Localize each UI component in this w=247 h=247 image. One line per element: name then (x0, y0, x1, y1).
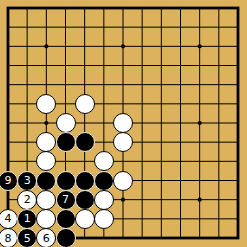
stone-black[interactable] (75, 171, 95, 191)
stone-black[interactable] (56, 171, 76, 191)
stone-white[interactable] (94, 209, 114, 229)
move-number: 5 (24, 233, 31, 244)
star-point (121, 44, 125, 48)
stone-black[interactable] (36, 171, 56, 191)
move-number: 3 (24, 175, 31, 186)
stone-white[interactable] (75, 94, 95, 114)
stone-white-move-2[interactable]: 2 (17, 190, 37, 210)
stone-white[interactable] (94, 190, 114, 210)
move-number: 7 (62, 194, 69, 205)
move-number: 1 (24, 213, 31, 224)
move-number: 6 (43, 233, 50, 244)
stone-white[interactable] (75, 209, 95, 229)
stone-white-move-8[interactable]: 8 (0, 228, 18, 247)
stone-white[interactable] (113, 171, 133, 191)
move-number: 2 (24, 194, 31, 205)
star-point (121, 198, 125, 202)
go-board[interactable]: 932741856 (0, 0, 247, 247)
stone-black-move-5[interactable]: 5 (17, 228, 37, 247)
star-point (198, 198, 202, 202)
move-number: 8 (5, 233, 12, 244)
stone-white-move-6[interactable]: 6 (36, 228, 56, 247)
stone-white[interactable] (36, 190, 56, 210)
star-point (44, 121, 48, 125)
stone-white[interactable] (36, 94, 56, 114)
star-point (198, 44, 202, 48)
stone-white[interactable] (113, 132, 133, 152)
stone-white[interactable] (36, 151, 56, 171)
stone-black-move-3[interactable]: 3 (17, 171, 37, 191)
star-point (198, 121, 202, 125)
stone-white[interactable] (56, 113, 76, 133)
stone-black[interactable] (56, 132, 76, 152)
star-point (44, 44, 48, 48)
move-number: 9 (5, 175, 12, 186)
stone-black[interactable] (75, 132, 95, 152)
stone-black[interactable] (56, 209, 76, 229)
stone-white[interactable] (36, 209, 56, 229)
stone-black-move-1[interactable]: 1 (17, 209, 37, 229)
stone-white[interactable] (113, 113, 133, 133)
stone-black[interactable] (94, 171, 114, 191)
stone-white[interactable] (94, 151, 114, 171)
stone-black-move-7[interactable]: 7 (56, 190, 76, 210)
stone-black[interactable] (56, 228, 76, 247)
stone-black[interactable] (75, 190, 95, 210)
stone-white[interactable] (36, 132, 56, 152)
move-number: 4 (5, 213, 12, 224)
go-diagram: 932741856 (0, 0, 247, 247)
